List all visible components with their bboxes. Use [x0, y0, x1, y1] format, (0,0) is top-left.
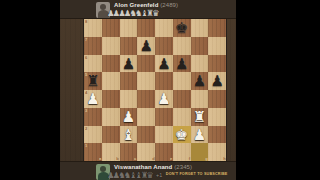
square-f5[interactable]: [173, 72, 191, 90]
rank-label-4: 4: [85, 91, 87, 95]
square-d1[interactable]: d: [137, 143, 155, 161]
captured-white-pieces-icons: ♟♟♟♟♞♞♝♜♛: [107, 8, 158, 18]
square-f7[interactable]: [173, 37, 191, 55]
black-pawn: ♟: [208, 72, 226, 90]
square-d2[interactable]: [137, 126, 155, 144]
square-b8[interactable]: [102, 19, 120, 37]
square-d3[interactable]: [137, 108, 155, 126]
white-pawn: ♟: [84, 90, 102, 108]
square-g8[interactable]: [191, 19, 209, 37]
square-f3[interactable]: [173, 108, 191, 126]
captured-black-pieces-icons: ♟♟♞♞♝♝♜♛: [107, 170, 152, 180]
bottom-captured-pieces: ♟♟♞♞♝♝♜♛+1: [107, 170, 162, 180]
file-label-h: h: [223, 156, 225, 160]
rank-label-1: 1: [85, 144, 87, 148]
material-advantage: +1: [156, 170, 162, 180]
square-d8[interactable]: [137, 19, 155, 37]
square-a3[interactable]: 3: [84, 108, 102, 126]
subscribe-overlay-text: DON'T FORGET TO SUBSCRIBE: [165, 172, 227, 176]
board-panel: Alon Greenfeld (2489) ♟♟♟♟♞♞♝♜♛ 8♚7♟6♟♟♟…: [60, 0, 236, 180]
board-frame: 8♚7♟6♟♟♟5♜♟♟4♟♟3♟♜2♝♚♟1abcdefgh: [83, 18, 227, 162]
square-c8[interactable]: [120, 19, 138, 37]
square-a8[interactable]: 8: [84, 19, 102, 37]
square-h3[interactable]: [208, 108, 226, 126]
square-e7[interactable]: [155, 37, 173, 55]
white-bishop: ♝: [120, 126, 138, 144]
square-b1[interactable]: b: [102, 143, 120, 161]
square-f8[interactable]: ♚: [173, 19, 191, 37]
square-e3[interactable]: [155, 108, 173, 126]
square-h4[interactable]: [208, 90, 226, 108]
square-g6[interactable]: [191, 55, 209, 73]
square-g1[interactable]: g: [191, 143, 209, 161]
square-g4[interactable]: [191, 90, 209, 108]
white-pawn: ♟: [155, 90, 173, 108]
rank-label-7: 7: [85, 38, 87, 42]
rank-label-6: 6: [85, 56, 87, 60]
square-e8[interactable]: [155, 19, 173, 37]
video-frame: Alon Greenfeld (2489) ♟♟♟♟♞♞♝♜♛ 8♚7♟6♟♟♟…: [0, 0, 320, 180]
square-c1[interactable]: c: [120, 143, 138, 161]
square-a6[interactable]: 6: [84, 55, 102, 73]
square-f2[interactable]: ♚: [173, 126, 191, 144]
square-c4[interactable]: [120, 90, 138, 108]
square-h2[interactable]: [208, 126, 226, 144]
white-rook: ♜: [191, 108, 209, 126]
square-c5[interactable]: [120, 72, 138, 90]
white-pawn: ♟: [191, 126, 209, 144]
square-e4[interactable]: ♟: [155, 90, 173, 108]
square-g7[interactable]: [191, 37, 209, 55]
black-pawn: ♟: [120, 55, 138, 73]
chess-board[interactable]: 8♚7♟6♟♟♟5♜♟♟4♟♟3♟♜2♝♚♟1abcdefgh: [84, 19, 226, 161]
rank-label-3: 3: [85, 109, 87, 113]
square-b4[interactable]: [102, 90, 120, 108]
square-e5[interactable]: [155, 72, 173, 90]
square-e6[interactable]: ♟: [155, 55, 173, 73]
square-a2[interactable]: 2: [84, 126, 102, 144]
square-c2[interactable]: ♝: [120, 126, 138, 144]
square-h5[interactable]: ♟: [208, 72, 226, 90]
square-d6[interactable]: [137, 55, 155, 73]
square-e2[interactable]: [155, 126, 173, 144]
black-pawn: ♟: [173, 55, 191, 73]
square-b5[interactable]: [102, 72, 120, 90]
rank-label-8: 8: [85, 20, 87, 24]
square-g3[interactable]: ♜: [191, 108, 209, 126]
top-player-rating: (2489): [160, 2, 178, 8]
top-captured-pieces: ♟♟♟♟♞♞♝♜♛: [107, 8, 158, 18]
black-pawn: ♟: [137, 37, 155, 55]
square-c6[interactable]: ♟: [120, 55, 138, 73]
black-pawn: ♟: [191, 72, 209, 90]
square-g5[interactable]: ♟: [191, 72, 209, 90]
bottom-player-bar: Viswanathan Anand (2345) ♟♟♞♞♝♝♜♛+1 DON'…: [60, 161, 236, 180]
bottom-player-rating: (2345): [174, 164, 192, 170]
square-f6[interactable]: ♟: [173, 55, 191, 73]
square-d5[interactable]: [137, 72, 155, 90]
avatar-head-icon: [100, 4, 106, 10]
square-a5[interactable]: 5♜: [84, 72, 102, 90]
black-pawn: ♟: [155, 55, 173, 73]
square-a7[interactable]: 7: [84, 37, 102, 55]
square-c7[interactable]: [120, 37, 138, 55]
rank-label-5: 5: [85, 73, 87, 77]
square-b2[interactable]: [102, 126, 120, 144]
white-king: ♚: [173, 126, 191, 144]
avatar-head-icon: [100, 166, 106, 172]
rank-label-2: 2: [85, 127, 87, 131]
square-e1[interactable]: e: [155, 143, 173, 161]
square-b3[interactable]: [102, 108, 120, 126]
square-f1[interactable]: f: [173, 143, 191, 161]
square-d7[interactable]: ♟: [137, 37, 155, 55]
white-pawn: ♟: [120, 108, 138, 126]
square-f4[interactable]: [173, 90, 191, 108]
square-c3[interactable]: ♟: [120, 108, 138, 126]
square-h7[interactable]: [208, 37, 226, 55]
square-h1[interactable]: h: [208, 143, 226, 161]
square-a1[interactable]: 1a: [84, 143, 102, 161]
top-player-bar: Alon Greenfeld (2489) ♟♟♟♟♞♞♝♜♛: [60, 0, 236, 19]
square-h6[interactable]: [208, 55, 226, 73]
square-b6[interactable]: [102, 55, 120, 73]
black-king: ♚: [173, 19, 191, 37]
square-d4[interactable]: [137, 90, 155, 108]
square-a4[interactable]: 4♟: [84, 90, 102, 108]
square-g2[interactable]: ♟: [191, 126, 209, 144]
black-rook: ♜: [84, 72, 102, 90]
square-b7[interactable]: [102, 37, 120, 55]
square-h8[interactable]: [208, 19, 226, 37]
